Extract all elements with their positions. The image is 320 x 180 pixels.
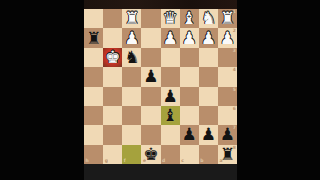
file-label-f: f bbox=[124, 159, 126, 164]
black-pawn[interactable]: ♟ bbox=[143, 68, 158, 85]
square-g8[interactable]: g bbox=[103, 145, 122, 164]
square-h8[interactable]: h bbox=[84, 145, 103, 164]
square-f6[interactable] bbox=[122, 106, 141, 125]
square-g1[interactable] bbox=[103, 9, 122, 28]
rank-label-6: 6 bbox=[233, 107, 236, 112]
square-e1[interactable] bbox=[141, 9, 160, 28]
square-a2[interactable]: ♟2 bbox=[218, 28, 237, 47]
square-a3[interactable]: 3 bbox=[218, 48, 237, 67]
square-h4[interactable] bbox=[84, 67, 103, 86]
file-label-d: d bbox=[162, 159, 165, 164]
white-pawn[interactable]: ♟ bbox=[162, 29, 177, 46]
square-h7[interactable] bbox=[84, 125, 103, 144]
file-label-b: b bbox=[200, 159, 203, 164]
square-f5[interactable] bbox=[122, 87, 141, 106]
square-b6[interactable] bbox=[199, 106, 218, 125]
black-pawn[interactable]: ♟ bbox=[162, 87, 177, 104]
square-f8[interactable]: f bbox=[122, 145, 141, 164]
file-label-g: g bbox=[105, 159, 108, 164]
square-e4[interactable]: ♟ bbox=[141, 67, 160, 86]
white-knight[interactable]: ♞ bbox=[201, 10, 216, 27]
square-d8[interactable]: d bbox=[161, 145, 180, 164]
white-pawn[interactable]: ♟ bbox=[182, 29, 197, 46]
black-pawn[interactable]: ♟ bbox=[201, 126, 216, 143]
white-bishop[interactable]: ♝ bbox=[182, 10, 197, 27]
rank-label-8: 8 bbox=[233, 146, 236, 151]
chess-video-area: ♜♛♝♞♜1♜♟♟♟♟♟2♚♞3♟4♟5♝6♟♟♟7hgf♚edcb♜a8 bbox=[84, 0, 237, 180]
letterbox-top-strip bbox=[84, 0, 237, 9]
square-e8[interactable]: ♚e bbox=[141, 145, 160, 164]
square-d7[interactable] bbox=[161, 125, 180, 144]
square-g4[interactable] bbox=[103, 67, 122, 86]
white-king[interactable]: ♚ bbox=[105, 48, 120, 65]
black-knight[interactable]: ♞ bbox=[124, 48, 139, 65]
square-d3[interactable] bbox=[161, 48, 180, 67]
square-c6[interactable] bbox=[180, 106, 199, 125]
square-h2[interactable]: ♜ bbox=[84, 28, 103, 47]
square-h1[interactable] bbox=[84, 9, 103, 28]
file-label-h: h bbox=[86, 159, 89, 164]
square-c2[interactable]: ♟ bbox=[180, 28, 199, 47]
square-e5[interactable] bbox=[141, 87, 160, 106]
square-b7[interactable]: ♟ bbox=[199, 125, 218, 144]
rank-label-5: 5 bbox=[233, 88, 236, 93]
square-e7[interactable] bbox=[141, 125, 160, 144]
square-b5[interactable] bbox=[199, 87, 218, 106]
square-a6[interactable]: 6 bbox=[218, 106, 237, 125]
square-g2[interactable] bbox=[103, 28, 122, 47]
square-b3[interactable] bbox=[199, 48, 218, 67]
square-f4[interactable] bbox=[122, 67, 141, 86]
file-label-e: e bbox=[143, 159, 146, 164]
square-c3[interactable] bbox=[180, 48, 199, 67]
square-f7[interactable] bbox=[122, 125, 141, 144]
square-g6[interactable] bbox=[103, 106, 122, 125]
square-d2[interactable]: ♟ bbox=[161, 28, 180, 47]
square-b8[interactable]: b bbox=[199, 145, 218, 164]
rank-label-1: 1 bbox=[233, 10, 236, 15]
square-b1[interactable]: ♞ bbox=[199, 9, 218, 28]
square-a4[interactable]: 4 bbox=[218, 67, 237, 86]
square-c5[interactable] bbox=[180, 87, 199, 106]
square-a8[interactable]: ♜a8 bbox=[218, 145, 237, 164]
square-e6[interactable] bbox=[141, 106, 160, 125]
chess-board[interactable]: ♜♛♝♞♜1♜♟♟♟♟♟2♚♞3♟4♟5♝6♟♟♟7hgf♚edcb♜a8 bbox=[84, 9, 237, 164]
black-rook[interactable]: ♜ bbox=[86, 29, 101, 46]
square-b2[interactable]: ♟ bbox=[199, 28, 218, 47]
black-pawn[interactable]: ♟ bbox=[182, 126, 197, 143]
square-c7[interactable]: ♟ bbox=[180, 125, 199, 144]
square-g7[interactable] bbox=[103, 125, 122, 144]
letterbox-left-bar bbox=[0, 0, 84, 180]
square-f3[interactable]: ♞ bbox=[122, 48, 141, 67]
black-bishop[interactable]: ♝ bbox=[162, 107, 177, 124]
square-h6[interactable] bbox=[84, 106, 103, 125]
video-frame: ♜♛♝♞♜1♜♟♟♟♟♟2♚♞3♟4♟5♝6♟♟♟7hgf♚edcb♜a8 bbox=[0, 0, 320, 180]
square-c4[interactable] bbox=[180, 67, 199, 86]
square-h3[interactable] bbox=[84, 48, 103, 67]
rank-label-7: 7 bbox=[233, 126, 236, 131]
letterbox-bottom-strip bbox=[84, 164, 237, 180]
square-g3[interactable]: ♚ bbox=[103, 48, 122, 67]
rank-label-4: 4 bbox=[233, 68, 236, 73]
square-f1[interactable]: ♜ bbox=[122, 9, 141, 28]
square-d5[interactable]: ♟ bbox=[161, 87, 180, 106]
square-h5[interactable] bbox=[84, 87, 103, 106]
square-d4[interactable] bbox=[161, 67, 180, 86]
rank-label-2: 2 bbox=[233, 29, 236, 34]
file-label-c: c bbox=[181, 159, 184, 164]
square-b4[interactable] bbox=[199, 67, 218, 86]
square-a1[interactable]: ♜1 bbox=[218, 9, 237, 28]
square-f2[interactable]: ♟ bbox=[122, 28, 141, 47]
white-rook[interactable]: ♜ bbox=[124, 10, 139, 27]
square-e3[interactable] bbox=[141, 48, 160, 67]
file-label-a: a bbox=[219, 159, 222, 164]
white-queen[interactable]: ♛ bbox=[162, 10, 177, 27]
square-c1[interactable]: ♝ bbox=[180, 9, 199, 28]
square-d1[interactable]: ♛ bbox=[161, 9, 180, 28]
rank-label-3: 3 bbox=[233, 49, 236, 54]
white-pawn[interactable]: ♟ bbox=[124, 29, 139, 46]
square-e2[interactable] bbox=[141, 28, 160, 47]
letterbox-right-bar bbox=[237, 0, 320, 180]
square-a7[interactable]: ♟7 bbox=[218, 125, 237, 144]
square-d6[interactable]: ♝ bbox=[161, 106, 180, 125]
white-pawn[interactable]: ♟ bbox=[201, 29, 216, 46]
square-g5[interactable] bbox=[103, 87, 122, 106]
square-c8[interactable]: c bbox=[180, 145, 199, 164]
square-a5[interactable]: 5 bbox=[218, 87, 237, 106]
